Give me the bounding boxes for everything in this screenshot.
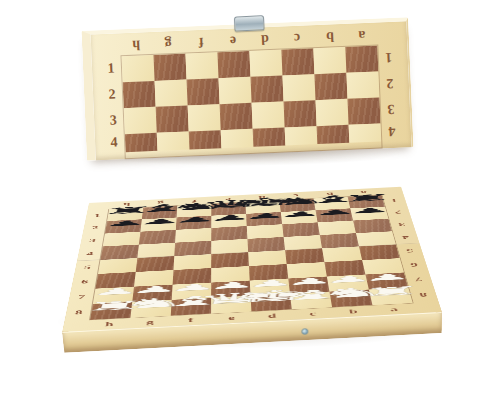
rank-label-left-4: 4 <box>77 246 103 261</box>
rank-label-right-3: 3 <box>388 217 415 231</box>
latch-screw-icon <box>302 328 309 335</box>
piece-wR-a8[interactable]: ♜ <box>357 278 425 298</box>
rank-label-right-4: 4 <box>392 230 419 244</box>
piece-bP-a2[interactable]: ♟ <box>339 199 400 215</box>
open-chess-board: hgfedcbahgfedcba1234567812345678 ♜♝♞♛♚♞♝… <box>62 187 441 332</box>
pieces-layer: ♜♝♞♛♚♞♝♜♟♟♟♟♟♟♟♟♟♟♟♟♟♟♟♟♜♞♝♛♚♝♞♜ <box>89 187 401 203</box>
product-photo-chess-set: hgfedcba 1234 1234 hgfedcbahgfedcba12345… <box>0 0 500 400</box>
open-board-scene: hgfedcbahgfedcba1234567812345678 ♜♝♞♛♚♞♝… <box>0 0 500 400</box>
rank-label-left-5: 5 <box>74 260 100 275</box>
rank-label-right-5: 5 <box>396 243 424 258</box>
